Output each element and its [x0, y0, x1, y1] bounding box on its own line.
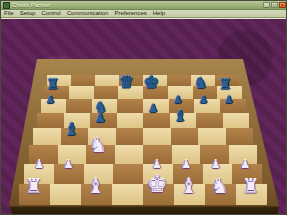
square-a4[interactable] — [33, 128, 61, 145]
white-bishop-c1[interactable]: ♝ — [87, 176, 105, 196]
menu-item-communication[interactable]: Communication — [67, 10, 109, 17]
white-pawn-h2[interactable]: ♟ — [240, 159, 250, 170]
black-bishop-b4[interactable]: ♝ — [64, 121, 79, 138]
square-e5[interactable] — [143, 113, 170, 128]
menu-item-control[interactable]: Control — [41, 10, 60, 17]
square-c8[interactable] — [95, 75, 119, 86]
white-rook-h1[interactable]: ♜ — [242, 177, 259, 196]
white-pawn-e2[interactable]: ♟ — [152, 159, 162, 170]
menu-bar: FileSetupControlCommunicationPreferences… — [1, 10, 287, 18]
square-a5[interactable] — [37, 113, 64, 128]
square-d2[interactable] — [113, 164, 143, 184]
window-title: Chess Partner — [12, 2, 263, 8]
black-knight-g8[interactable]: ♞ — [194, 76, 207, 91]
square-f4[interactable] — [171, 128, 199, 145]
black-king-e8[interactable]: ♚ — [143, 74, 158, 91]
black-bishop-f5[interactable]: ♝ — [173, 109, 186, 124]
square-c7[interactable] — [94, 86, 119, 99]
black-pawn-g7[interactable]: ♟ — [199, 95, 208, 105]
board-rank-1 — [19, 184, 267, 205]
square-d4[interactable] — [116, 128, 144, 145]
black-pawn-e6[interactable]: ♟ — [148, 103, 158, 114]
white-pawn-a2[interactable]: ♟ — [34, 159, 44, 170]
square-g4[interactable] — [198, 128, 226, 145]
maximize-button[interactable]: □ — [271, 2, 278, 8]
app-window: Chess Partner _ □ × FileSetupControlComm… — [0, 0, 287, 215]
square-b6[interactable] — [66, 99, 92, 113]
square-h5[interactable] — [223, 113, 250, 128]
black-pawn-a7[interactable]: ♟ — [46, 95, 55, 105]
square-f8[interactable] — [167, 75, 191, 86]
title-bar: Chess Partner _ □ × — [1, 1, 287, 10]
menu-item-help[interactable]: Help — [153, 10, 165, 17]
white-knight-c3[interactable]: ♞ — [89, 135, 107, 155]
black-pawn-h7[interactable]: ♟ — [225, 95, 234, 105]
close-button[interactable]: × — [279, 2, 286, 8]
white-rook-a1[interactable]: ♜ — [25, 177, 42, 196]
white-pawn-b2[interactable]: ♟ — [64, 159, 74, 170]
white-pawn-f2[interactable]: ♟ — [181, 159, 191, 170]
board-rank-6 — [41, 99, 246, 113]
black-rook-a8[interactable]: ♜ — [47, 77, 60, 91]
square-b8[interactable] — [71, 75, 95, 86]
square-d3[interactable] — [115, 145, 144, 164]
menu-item-setup[interactable]: Setup — [20, 10, 36, 17]
minimize-button[interactable]: _ — [263, 2, 270, 8]
black-rook-h8[interactable]: ♜ — [219, 77, 232, 91]
black-queen-d8[interactable]: ♛ — [119, 74, 134, 91]
white-bishop-f1[interactable]: ♝ — [180, 176, 198, 196]
white-knight-g1[interactable]: ♞ — [211, 176, 229, 196]
square-b7[interactable] — [69, 86, 94, 99]
square-h4[interactable] — [226, 128, 254, 145]
window-controls: _ □ × — [263, 2, 286, 8]
square-e4[interactable] — [143, 128, 171, 145]
square-d1[interactable] — [112, 184, 143, 205]
black-pawn-c5[interactable]: ♟ — [95, 112, 106, 124]
square-g5[interactable] — [196, 113, 223, 128]
square-d5[interactable] — [117, 113, 144, 128]
white-pawn-g2[interactable]: ♟ — [211, 159, 221, 170]
menu-item-preferences[interactable]: Preferences — [114, 10, 146, 17]
black-pawn-f7[interactable]: ♟ — [174, 95, 183, 105]
square-b1[interactable] — [50, 184, 81, 205]
square-d6[interactable] — [117, 99, 143, 113]
menu-item-file[interactable]: File — [4, 10, 14, 17]
white-king-e1[interactable]: ♚ — [147, 173, 168, 196]
app-icon — [3, 2, 10, 9]
